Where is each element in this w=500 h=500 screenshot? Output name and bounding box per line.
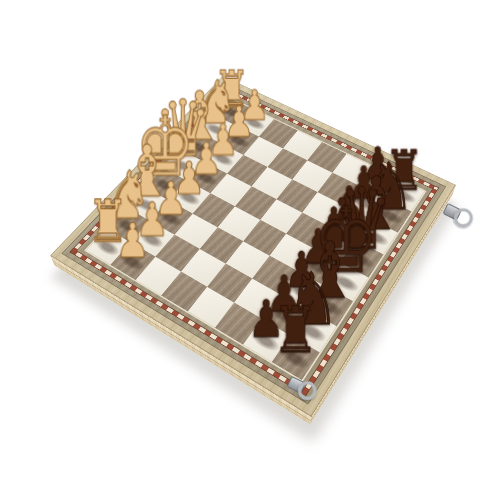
pawn-glyph: ♟ [116, 217, 150, 265]
rook-glyph: ♜ [273, 297, 319, 361]
decorative-border: ♜♟♟♜♞♟♟♞♝♟♟♝♛♟♟♛♚♟♟♚♝♟♟♝♞♟♟♞♜♟♟♜ [61, 82, 446, 404]
chess-box: ♜♟♟♜♞♟♟♞♝♟♟♝♛♟♟♛♚♟♟♚♝♟♟♝♞♟♟♞♜♟♟♜ [50, 76, 456, 417]
square-d5[interactable] [260, 199, 302, 233]
product-photo-canvas: ♜♟♟♜♞♟♟♞♝♟♟♝♛♟♟♛♚♟♟♚♝♟♟♝♞♟♟♞♜♟♟♜ [0, 0, 500, 500]
box-lid-top: ♜♟♟♜♞♟♟♞♝♟♟♝♛♟♟♛♚♟♟♚♝♟♟♝♞♟♟♞♜♟♟♜ [50, 76, 456, 417]
